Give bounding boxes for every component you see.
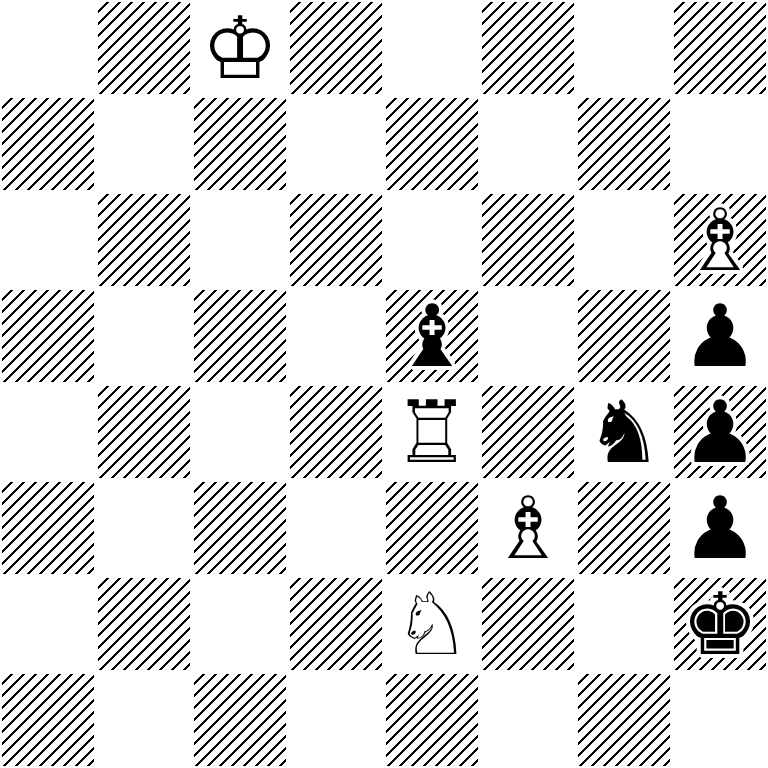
white-rook-fill-layer: ♜ — [384, 384, 480, 480]
white-bishop-piece[interactable]: ♗ — [672, 192, 768, 288]
square-f7[interactable] — [480, 96, 576, 192]
square-c7[interactable] — [192, 96, 288, 192]
square-c6[interactable] — [192, 192, 288, 288]
square-c2[interactable] — [192, 576, 288, 672]
white-knight-piece[interactable]: ♘ — [384, 576, 480, 672]
square-h5[interactable]: ♟ — [672, 288, 768, 384]
square-f6[interactable] — [480, 192, 576, 288]
square-d6[interactable] — [288, 192, 384, 288]
chess-board: ♚♔♝♗♝♟♜♖♞♟♝♗♟♞♘♚ — [0, 0, 768, 768]
square-h1[interactable] — [672, 672, 768, 768]
square-b2[interactable] — [96, 576, 192, 672]
square-b7[interactable] — [96, 96, 192, 192]
square-d8[interactable] — [288, 0, 384, 96]
square-e4[interactable]: ♜♖ — [384, 384, 480, 480]
square-b6[interactable] — [96, 192, 192, 288]
square-a6[interactable] — [0, 192, 96, 288]
square-g6[interactable] — [576, 192, 672, 288]
black-pawn-piece[interactable]: ♟ — [672, 288, 768, 384]
square-g4[interactable]: ♞ — [576, 384, 672, 480]
black-bishop-piece[interactable]: ♝ — [384, 288, 480, 384]
white-bishop-fill-layer: ♝ — [672, 192, 768, 288]
square-f5[interactable] — [480, 288, 576, 384]
square-a2[interactable] — [0, 576, 96, 672]
square-a8[interactable] — [0, 0, 96, 96]
square-d2[interactable] — [288, 576, 384, 672]
white-rook-piece[interactable]: ♖ — [384, 384, 480, 480]
square-f4[interactable] — [480, 384, 576, 480]
square-a5[interactable] — [0, 288, 96, 384]
square-e7[interactable] — [384, 96, 480, 192]
square-g7[interactable] — [576, 96, 672, 192]
square-c4[interactable] — [192, 384, 288, 480]
square-h8[interactable] — [672, 0, 768, 96]
black-knight-piece[interactable]: ♞ — [576, 384, 672, 480]
square-g1[interactable] — [576, 672, 672, 768]
square-c3[interactable] — [192, 480, 288, 576]
square-d3[interactable] — [288, 480, 384, 576]
square-g5[interactable] — [576, 288, 672, 384]
square-a7[interactable] — [0, 96, 96, 192]
square-d1[interactable] — [288, 672, 384, 768]
square-b1[interactable] — [96, 672, 192, 768]
square-c8[interactable]: ♚♔ — [192, 0, 288, 96]
square-g2[interactable] — [576, 576, 672, 672]
square-e6[interactable] — [384, 192, 480, 288]
square-h4[interactable]: ♟ — [672, 384, 768, 480]
square-d5[interactable] — [288, 288, 384, 384]
white-bishop-fill-layer: ♝ — [480, 480, 576, 576]
square-f2[interactable] — [480, 576, 576, 672]
square-a1[interactable] — [0, 672, 96, 768]
square-h6[interactable]: ♝♗ — [672, 192, 768, 288]
square-e8[interactable] — [384, 0, 480, 96]
square-d7[interactable] — [288, 96, 384, 192]
white-bishop-piece[interactable]: ♗ — [480, 480, 576, 576]
black-king-piece[interactable]: ♚ — [672, 576, 768, 672]
square-b4[interactable] — [96, 384, 192, 480]
square-b3[interactable] — [96, 480, 192, 576]
square-a3[interactable] — [0, 480, 96, 576]
square-e2[interactable]: ♞♘ — [384, 576, 480, 672]
square-f8[interactable] — [480, 0, 576, 96]
square-e1[interactable] — [384, 672, 480, 768]
square-g8[interactable] — [576, 0, 672, 96]
white-knight-fill-layer: ♞ — [384, 576, 480, 672]
black-pawn-piece[interactable]: ♟ — [672, 480, 768, 576]
square-a4[interactable] — [0, 384, 96, 480]
square-g3[interactable] — [576, 480, 672, 576]
square-h7[interactable] — [672, 96, 768, 192]
square-f1[interactable] — [480, 672, 576, 768]
square-h2[interactable]: ♚ — [672, 576, 768, 672]
black-pawn-piece[interactable]: ♟ — [672, 384, 768, 480]
square-h3[interactable]: ♟ — [672, 480, 768, 576]
square-e5[interactable]: ♝ — [384, 288, 480, 384]
white-king-fill-layer: ♚ — [192, 0, 288, 96]
square-f3[interactable]: ♝♗ — [480, 480, 576, 576]
square-d4[interactable] — [288, 384, 384, 480]
square-b5[interactable] — [96, 288, 192, 384]
square-e3[interactable] — [384, 480, 480, 576]
square-c1[interactable] — [192, 672, 288, 768]
square-c5[interactable] — [192, 288, 288, 384]
white-king-piece[interactable]: ♔ — [192, 0, 288, 96]
square-b8[interactable] — [96, 0, 192, 96]
